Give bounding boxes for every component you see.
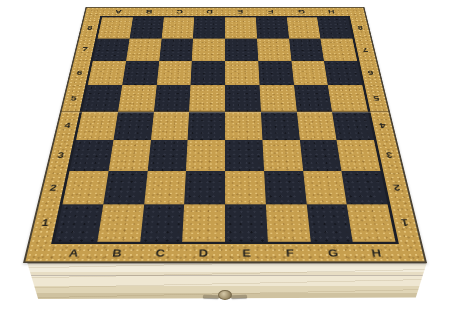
file-label-bottom-F: F <box>268 244 313 261</box>
square-f3 <box>262 140 303 171</box>
file-label-top-F: F <box>255 8 286 17</box>
file-label-bottom-D: D <box>181 244 225 261</box>
square-d1 <box>182 205 225 242</box>
square-b1 <box>97 205 144 242</box>
square-c4 <box>151 111 190 139</box>
file-label-bottom-E: E <box>225 244 269 261</box>
latch-wing-right <box>231 295 247 299</box>
file-label-top-A: A <box>102 8 134 17</box>
square-g4 <box>296 111 336 139</box>
square-d8 <box>193 17 225 38</box>
square-e8 <box>225 17 257 38</box>
square-b5 <box>118 85 156 111</box>
latch-wing-left <box>203 295 219 299</box>
square-f1 <box>266 205 311 242</box>
square-h3 <box>337 140 381 171</box>
square-f5 <box>259 85 296 111</box>
square-e3 <box>225 140 264 171</box>
square-c6 <box>156 61 192 85</box>
chess-board: ABCDEFGH ABCDEFGH 87654321 87654321 <box>23 7 427 263</box>
square-h4 <box>332 111 374 139</box>
square-h5 <box>328 85 368 111</box>
square-b4 <box>113 111 153 139</box>
square-c7 <box>159 38 193 61</box>
square-g8 <box>286 17 320 38</box>
square-f2 <box>264 171 306 205</box>
square-h7 <box>321 38 358 61</box>
square-f4 <box>261 111 300 139</box>
square-g5 <box>294 85 332 111</box>
square-a4 <box>76 111 118 139</box>
square-c3 <box>147 140 188 171</box>
square-a7 <box>93 38 130 61</box>
fold-seam <box>61 110 388 112</box>
square-b8 <box>129 17 163 38</box>
square-h2 <box>342 171 388 205</box>
square-b6 <box>122 61 159 85</box>
file-label-bottom-H: H <box>353 244 399 261</box>
file-label-bottom-C: C <box>138 244 183 261</box>
square-g6 <box>291 61 328 85</box>
square-e1 <box>225 205 268 242</box>
square-h6 <box>324 61 362 85</box>
square-f6 <box>258 61 294 85</box>
file-label-top-B: B <box>133 8 165 17</box>
square-e7 <box>225 38 258 61</box>
square-e4 <box>225 111 262 139</box>
square-a8 <box>98 17 133 38</box>
latch-knob <box>218 290 232 300</box>
square-d4 <box>188 111 225 139</box>
square-d2 <box>184 171 225 205</box>
file-label-top-E: E <box>225 8 256 17</box>
latch-icon <box>203 289 247 303</box>
square-c2 <box>144 171 186 205</box>
square-g2 <box>303 171 347 205</box>
file-label-top-C: C <box>164 8 195 17</box>
square-c8 <box>161 17 194 38</box>
square-f7 <box>257 38 291 61</box>
square-a6 <box>88 61 126 85</box>
square-f8 <box>256 17 289 38</box>
file-label-top-H: H <box>316 8 348 17</box>
square-d5 <box>189 85 225 111</box>
file-label-bottom-B: B <box>94 244 140 261</box>
product-photo: ABCDEFGH ABCDEFGH 87654321 87654321 <box>0 0 450 319</box>
square-g3 <box>299 140 341 171</box>
square-d7 <box>192 38 225 61</box>
square-g1 <box>306 205 353 242</box>
square-g7 <box>289 38 324 61</box>
square-e5 <box>225 85 261 111</box>
square-a5 <box>82 85 122 111</box>
square-a1 <box>55 205 104 242</box>
square-b3 <box>108 140 150 171</box>
square-e2 <box>225 171 266 205</box>
squares-grid <box>55 17 396 241</box>
square-d3 <box>186 140 225 171</box>
file-label-bottom-A: A <box>50 244 96 261</box>
file-label-top-D: D <box>194 8 225 17</box>
square-b2 <box>103 171 147 205</box>
square-d6 <box>191 61 225 85</box>
square-b7 <box>126 38 161 61</box>
square-h8 <box>317 17 352 38</box>
square-a3 <box>70 140 114 171</box>
file-label-top-G: G <box>285 8 317 17</box>
square-e6 <box>225 61 259 85</box>
file-labels-top: ABCDEFGH <box>102 8 347 17</box>
square-c1 <box>140 205 185 242</box>
square-a2 <box>62 171 108 205</box>
square-h1 <box>347 205 396 242</box>
file-label-bottom-G: G <box>310 244 356 261</box>
file-labels-bottom: ABCDEFGH <box>50 244 399 261</box>
square-c5 <box>154 85 191 111</box>
